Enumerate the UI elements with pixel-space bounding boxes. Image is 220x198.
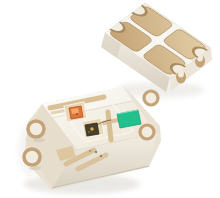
product-photo bbox=[0, 0, 220, 198]
gold-trace bbox=[108, 112, 111, 140]
castellation-notch bbox=[28, 121, 44, 137]
castellation-notch bbox=[24, 149, 40, 165]
solder-speck bbox=[95, 151, 97, 153]
dark-die-bond-pad bbox=[90, 127, 93, 130]
solder-speck bbox=[100, 155, 102, 157]
smd-led-illustration bbox=[0, 0, 220, 198]
red-die-bond-dot bbox=[76, 113, 78, 115]
solder-speck bbox=[89, 150, 91, 152]
notch-shadow bbox=[33, 138, 45, 142]
red-die-highlight bbox=[71, 108, 79, 114]
castellation-notch bbox=[140, 125, 154, 139]
dark-die-speck bbox=[88, 131, 90, 133]
castellation-notch bbox=[144, 91, 158, 105]
notch-shadow bbox=[29, 166, 41, 170]
